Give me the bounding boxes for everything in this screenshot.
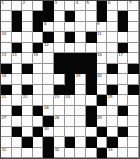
white-cell[interactable] — [54, 43, 65, 53]
black-cell — [97, 95, 108, 105]
white-cell[interactable] — [75, 22, 86, 32]
white-cell[interactable] — [128, 43, 139, 53]
white-cell[interactable] — [65, 148, 76, 158]
white-cell[interactable] — [97, 137, 108, 147]
clue-number: 14 — [12, 53, 17, 57]
black-cell — [86, 53, 97, 63]
white-cell[interactable] — [128, 116, 139, 126]
white-cell[interactable]: 12 — [43, 43, 54, 53]
white-cell[interactable] — [86, 127, 97, 137]
white-cell[interactable] — [75, 106, 86, 116]
white-cell[interactable] — [22, 43, 33, 53]
white-cell[interactable]: 33 — [107, 148, 118, 158]
black-cell — [65, 32, 76, 42]
white-cell[interactable]: 31 — [1, 148, 12, 158]
white-cell[interactable] — [118, 74, 129, 84]
black-cell — [33, 106, 44, 116]
clue-number: 33 — [108, 148, 113, 152]
black-cell — [12, 11, 23, 21]
white-cell[interactable] — [33, 74, 44, 84]
white-cell[interactable]: 18 — [1, 74, 12, 84]
black-cell — [33, 22, 44, 32]
white-cell[interactable] — [128, 22, 139, 32]
clue-number: 3 — [55, 1, 57, 5]
black-cell — [118, 127, 129, 137]
black-cell — [22, 64, 33, 74]
white-cell[interactable] — [33, 85, 44, 95]
black-cell — [86, 106, 97, 116]
black-cell — [75, 53, 86, 63]
black-cell — [54, 53, 65, 63]
white-cell[interactable] — [54, 22, 65, 32]
black-cell — [12, 22, 23, 32]
black-cell — [97, 148, 108, 158]
black-cell — [86, 85, 97, 95]
white-cell[interactable] — [107, 43, 118, 53]
white-cell[interactable]: 21 — [1, 95, 12, 105]
white-cell[interactable] — [65, 116, 76, 126]
white-cell[interactable] — [75, 32, 86, 42]
clue-number: 13 — [2, 53, 7, 57]
white-cell[interactable]: 32 — [54, 148, 65, 158]
clue-number: 27 — [2, 116, 7, 120]
white-cell[interactable]: 20 — [97, 74, 108, 84]
white-cell[interactable] — [54, 137, 65, 147]
white-cell[interactable] — [128, 127, 139, 137]
black-cell — [33, 127, 44, 137]
clue-number: 28 — [55, 116, 60, 120]
white-cell[interactable]: 1 — [1, 1, 12, 11]
white-cell[interactable] — [22, 116, 33, 126]
white-cell[interactable] — [107, 22, 118, 32]
white-cell[interactable] — [12, 85, 23, 95]
white-cell[interactable] — [12, 64, 23, 74]
white-cell[interactable] — [128, 53, 139, 63]
black-cell — [43, 1, 54, 11]
white-cell[interactable] — [1, 127, 12, 137]
white-cell[interactable]: 19 — [75, 74, 86, 84]
crossword-grid: 1234567891011121314151617181920212223242… — [0, 0, 140, 159]
white-cell[interactable] — [107, 11, 118, 21]
white-cell[interactable] — [118, 116, 129, 126]
clue-number: 26 — [44, 106, 49, 110]
white-cell[interactable] — [12, 95, 23, 105]
white-cell[interactable] — [118, 148, 129, 158]
black-cell — [86, 137, 97, 147]
white-cell[interactable] — [43, 74, 54, 84]
clue-number: 32 — [55, 148, 60, 152]
white-cell[interactable] — [118, 95, 129, 105]
white-cell[interactable] — [128, 106, 139, 116]
black-cell — [86, 116, 97, 126]
black-cell — [86, 32, 97, 42]
black-cell — [97, 127, 108, 137]
clue-number: 23 — [55, 95, 60, 99]
clue-number: 20 — [97, 74, 102, 78]
white-cell[interactable] — [65, 1, 76, 11]
white-cell[interactable] — [65, 43, 76, 53]
clue-number: 31 — [2, 148, 7, 152]
clue-number: 21 — [2, 95, 7, 99]
clue-number: 9 — [97, 22, 99, 26]
clue-number: 11 — [97, 32, 102, 36]
white-cell[interactable] — [118, 137, 129, 147]
white-cell[interactable]: 10 — [1, 32, 12, 42]
white-cell[interactable] — [97, 85, 108, 95]
clue-number: 25 — [108, 95, 113, 99]
clue-number: 15 — [33, 53, 38, 57]
white-cell[interactable] — [86, 148, 97, 158]
white-cell[interactable] — [43, 85, 54, 95]
black-cell — [118, 11, 129, 21]
black-cell — [65, 53, 76, 63]
white-cell[interactable] — [128, 95, 139, 105]
white-cell[interactable] — [54, 32, 65, 42]
white-cell[interactable]: 16 — [97, 53, 108, 63]
black-cell — [97, 1, 108, 11]
white-cell[interactable] — [65, 22, 76, 32]
white-cell[interactable] — [22, 11, 33, 21]
clue-number: 4 — [76, 1, 78, 5]
white-cell[interactable] — [107, 106, 118, 116]
white-cell[interactable]: 6 — [107, 1, 118, 11]
white-cell[interactable] — [128, 32, 139, 42]
white-cell[interactable]: 7 — [128, 1, 139, 11]
clue-number: 6 — [108, 1, 110, 5]
black-cell — [86, 64, 97, 74]
white-cell[interactable]: 17 — [118, 53, 129, 63]
white-cell[interactable] — [54, 127, 65, 137]
black-cell — [33, 11, 44, 21]
white-cell[interactable] — [12, 148, 23, 158]
white-cell[interactable] — [118, 64, 129, 74]
white-cell[interactable] — [75, 43, 86, 53]
white-cell[interactable] — [33, 64, 44, 74]
clue-number: 29 — [97, 116, 102, 120]
black-cell — [65, 64, 76, 74]
black-cell — [65, 11, 76, 21]
white-cell[interactable] — [54, 11, 65, 21]
clue-number: 10 — [2, 32, 7, 36]
white-cell[interactable] — [33, 32, 44, 42]
white-cell[interactable]: 27 — [1, 116, 12, 126]
white-cell[interactable] — [86, 22, 97, 32]
white-cell[interactable] — [86, 95, 97, 105]
white-cell[interactable] — [86, 11, 97, 21]
black-cell — [128, 85, 139, 95]
white-cell[interactable] — [107, 32, 118, 42]
clue-number: 16 — [97, 53, 102, 57]
black-cell — [86, 74, 97, 84]
white-cell[interactable] — [65, 127, 76, 137]
white-cell[interactable] — [118, 32, 129, 42]
white-cell[interactable]: 30 — [43, 127, 54, 137]
white-cell[interactable] — [12, 1, 23, 11]
white-cell[interactable]: 13 — [1, 53, 12, 63]
black-cell — [107, 137, 118, 147]
white-cell[interactable] — [75, 137, 86, 147]
white-cell[interactable]: 8 — [43, 22, 54, 32]
white-cell[interactable] — [107, 74, 118, 84]
black-cell — [22, 137, 33, 147]
white-cell[interactable] — [128, 74, 139, 84]
white-cell[interactable] — [33, 116, 44, 126]
white-cell[interactable]: 24 — [65, 95, 76, 105]
white-cell[interactable]: 15 — [33, 53, 44, 63]
white-cell[interactable] — [128, 11, 139, 21]
white-cell[interactable] — [22, 32, 33, 42]
white-cell[interactable] — [22, 148, 33, 158]
black-cell — [65, 137, 76, 147]
white-cell[interactable] — [22, 127, 33, 137]
clue-number: 7 — [129, 1, 131, 5]
white-cell[interactable] — [22, 53, 33, 63]
clue-number: 19 — [76, 74, 81, 78]
white-cell[interactable]: 11 — [97, 32, 108, 42]
white-cell[interactable] — [33, 1, 44, 11]
white-cell[interactable]: 5 — [86, 1, 97, 11]
white-cell[interactable] — [22, 106, 33, 116]
black-cell — [43, 148, 54, 158]
clue-number: 24 — [65, 95, 70, 99]
white-cell[interactable] — [107, 116, 118, 126]
white-cell[interactable] — [33, 95, 44, 105]
white-cell[interactable] — [43, 53, 54, 63]
clue-number: 17 — [118, 53, 123, 57]
white-cell[interactable]: 28 — [54, 116, 65, 126]
black-cell — [12, 127, 23, 137]
clue-number: 1 — [2, 1, 4, 5]
white-cell[interactable] — [54, 74, 65, 84]
white-cell[interactable]: 23 — [54, 95, 65, 105]
black-cell — [118, 106, 129, 116]
white-cell[interactable]: 14 — [12, 53, 23, 63]
white-cell[interactable] — [128, 137, 139, 147]
white-cell[interactable] — [65, 106, 76, 116]
white-cell[interactable] — [12, 137, 23, 147]
clue-number: 2 — [23, 1, 25, 5]
white-cell[interactable]: 2 — [22, 1, 33, 11]
white-cell[interactable]: 25 — [107, 95, 118, 105]
clue-number: 5 — [86, 1, 88, 5]
black-cell — [43, 137, 54, 147]
white-cell[interactable] — [75, 11, 86, 21]
white-cell[interactable] — [33, 137, 44, 147]
white-cell[interactable] — [107, 127, 118, 137]
black-cell — [12, 106, 23, 116]
clue-number: 22 — [23, 95, 28, 99]
white-cell[interactable] — [22, 74, 33, 84]
white-cell[interactable]: 26 — [43, 106, 54, 116]
white-cell[interactable]: 4 — [75, 1, 86, 11]
black-cell — [65, 74, 76, 84]
white-cell[interactable]: 29 — [97, 116, 108, 126]
white-cell[interactable]: 22 — [22, 95, 33, 105]
clue-number: 12 — [44, 43, 49, 47]
clue-number: 18 — [2, 74, 7, 78]
white-cell[interactable] — [75, 127, 86, 137]
white-cell[interactable] — [86, 43, 97, 53]
white-cell[interactable] — [75, 148, 86, 158]
black-cell — [107, 64, 118, 74]
white-cell[interactable] — [1, 137, 12, 147]
black-cell — [118, 22, 129, 32]
white-cell[interactable] — [107, 53, 118, 63]
white-cell[interactable] — [118, 1, 129, 11]
white-cell[interactable] — [43, 64, 54, 74]
white-cell[interactable] — [75, 95, 86, 105]
black-cell — [54, 64, 65, 74]
white-cell[interactable] — [128, 148, 139, 158]
white-cell[interactable] — [12, 116, 23, 126]
white-cell[interactable] — [118, 85, 129, 95]
white-cell[interactable] — [12, 32, 23, 42]
white-cell[interactable] — [33, 148, 44, 158]
clue-number: 30 — [44, 127, 49, 131]
black-cell — [128, 64, 139, 74]
clue-number: 8 — [44, 22, 46, 26]
white-cell[interactable] — [1, 11, 12, 21]
white-cell[interactable] — [12, 74, 23, 84]
white-cell[interactable] — [75, 116, 86, 126]
white-cell[interactable] — [22, 22, 33, 32]
white-cell[interactable] — [75, 85, 86, 95]
white-cell[interactable]: 3 — [54, 1, 65, 11]
